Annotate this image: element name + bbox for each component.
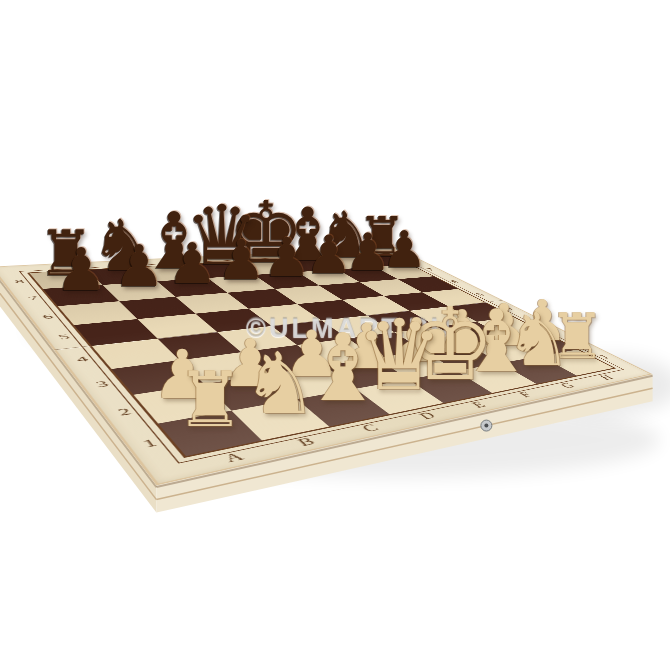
clasp-screw-center: [484, 424, 488, 428]
watermark: ©ULMART.RU: [246, 313, 453, 344]
chess-set-photo: ABCDEFGH8877665544332211 ♜♞♝♛♚♝♞♜♟♟♟♟♟♟♟…: [0, 0, 670, 670]
